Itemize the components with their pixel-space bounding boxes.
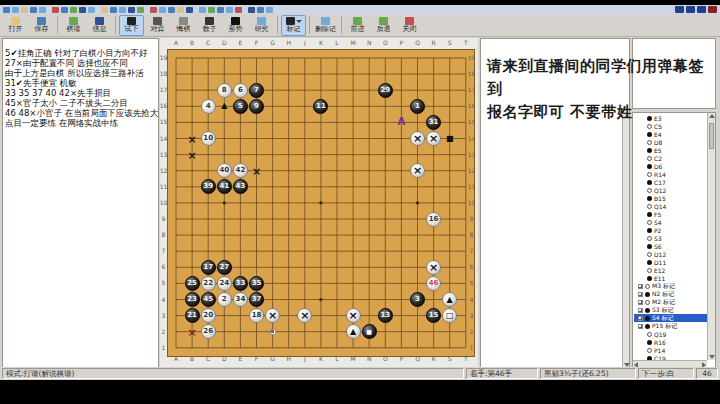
- coord-label-row-left: 4: [162, 297, 166, 303]
- app-window: 打开保存棋谱信息试下对弈悔棋数子形势研究标记删除记前进后退关闭 5✔挂角正确 针…: [0, 5, 720, 380]
- tree-node-Q12[interactable]: Q12: [634, 186, 707, 194]
- coord-label-row-right: 15: [468, 119, 476, 125]
- study-icon: [257, 17, 266, 25]
- white-stone-icon: [647, 220, 652, 225]
- tree-node-label: R16: [654, 339, 666, 346]
- window-control-icon[interactable]: [686, 6, 695, 13]
- x-mark-icon: ×: [187, 133, 196, 144]
- stone-black-E16[interactable]: 5: [233, 99, 248, 114]
- coord-label-col-top: S: [448, 40, 452, 46]
- stone-white-E17[interactable]: 6: [233, 83, 248, 98]
- tree-node-label: C2: [654, 155, 662, 162]
- coord-label-col-top: P: [400, 40, 404, 46]
- stone-white-M2[interactable]: ▲: [346, 324, 361, 339]
- coord-label-row-right: 6: [470, 264, 474, 270]
- coord-label-row-right: 3: [470, 313, 474, 319]
- coord-label-row-left: 15: [160, 119, 168, 125]
- stone-black-O3[interactable]: 13: [378, 308, 393, 323]
- coord-label-row-right: 16: [468, 103, 476, 109]
- tree-node-label: E5: [654, 147, 662, 154]
- coord-label-col-bottom: R: [432, 356, 436, 362]
- tree-node-D8[interactable]: D8: [634, 138, 707, 146]
- coord-label-col-bottom: E: [238, 356, 242, 362]
- tree-node-label: R14: [654, 171, 666, 178]
- white-stone-icon: [647, 268, 652, 273]
- stone-black-D11[interactable]: 41: [217, 179, 232, 194]
- stone-white-E12[interactable]: 42: [233, 163, 248, 178]
- coord-label-col-bottom: O: [383, 356, 388, 362]
- tree-node-S3[interactable]: S3: [634, 234, 707, 242]
- expander-plus-icon[interactable]: [638, 292, 643, 297]
- coord-label-row-left: 2: [162, 329, 166, 335]
- white-stone-icon: [645, 284, 650, 289]
- mini-toolbar-icon[interactable]: [217, 7, 224, 13]
- coord-label-row-right: 10: [468, 200, 476, 206]
- stone-black-B5[interactable]: 25: [185, 276, 200, 291]
- black-stone-icon: [647, 276, 652, 281]
- black-stone-icon: [645, 316, 650, 321]
- tree-node-S6[interactable]: S6: [634, 242, 707, 250]
- tree-node-P14[interactable]: P14: [634, 346, 707, 354]
- toolbar-button-前进[interactable]: 前进: [345, 15, 370, 36]
- mini-toolbar-icon[interactable]: [177, 7, 184, 13]
- status-bar: 模式:打谱(解说棋谱) 着手:第46手 黑贴3¾子(还6.25) 下一步:白 4…: [0, 367, 720, 380]
- tree-node-label: F5: [654, 211, 661, 218]
- expander-plus-icon[interactable]: [638, 308, 643, 313]
- tree-node-Q19[interactable]: Q19: [634, 330, 707, 338]
- comment-line: 45×官子太小 二子不拔头二分目: [5, 98, 156, 108]
- toolbar-button-label: 研究: [255, 26, 269, 33]
- coord-label-col-bottom: K: [319, 356, 323, 362]
- stone-white-D12[interactable]: 40: [217, 163, 232, 178]
- play-icon: [153, 17, 162, 25]
- middle-panel-scrollbar[interactable]: [622, 113, 629, 368]
- toolbar-button-研究[interactable]: 研究: [249, 15, 274, 36]
- stone-black-F16[interactable]: 9: [249, 99, 264, 114]
- count-icon: [205, 17, 214, 25]
- tree-node-label: E4: [654, 131, 662, 138]
- stone-black-F4[interactable]: 37: [249, 292, 264, 307]
- tree-node-P2[interactable]: P2: [634, 226, 707, 234]
- stone-black-B3[interactable]: 21: [185, 308, 200, 323]
- stone-black-R15[interactable]: 31: [426, 115, 441, 130]
- toolbar-separator: [341, 16, 342, 34]
- toolbar-button-label: 悔棋: [177, 26, 191, 33]
- coord-label-row-left: 16: [160, 103, 168, 109]
- black-stone-icon: [645, 324, 650, 329]
- tree-node-label: D11: [654, 259, 666, 266]
- coord-label-row-right: 19: [468, 55, 476, 61]
- coord-label-col-top: C: [206, 40, 210, 46]
- coord-label-row-left: 19: [160, 55, 168, 61]
- toolbar-separator: [115, 16, 116, 34]
- triangle-mark-icon: ▲: [443, 293, 456, 306]
- stone-black-E5[interactable]: 33: [233, 276, 248, 291]
- coord-label-col-top: A: [174, 40, 178, 46]
- tree-node-label: E11: [654, 275, 665, 282]
- white-stone-icon: [647, 332, 652, 337]
- coord-label-col-top: F: [255, 40, 258, 46]
- coord-label-row-left: 14: [160, 136, 168, 142]
- save-icon: [37, 17, 46, 25]
- black-stone-icon: [647, 244, 652, 249]
- coord-label-row-left: 10: [160, 200, 168, 206]
- toolbar-button-保存[interactable]: 保存: [29, 15, 54, 36]
- tree-node-F5[interactable]: F5: [634, 210, 707, 218]
- tree-node-E12[interactable]: E12: [634, 266, 707, 274]
- coord-label-row-right: 5: [470, 280, 474, 286]
- toolbar-button-label: 前进: [351, 26, 365, 33]
- black-stone-icon: [647, 212, 652, 217]
- toolbar-button-关闭[interactable]: 关闭: [397, 15, 422, 36]
- black-stone-icon: [647, 196, 652, 201]
- toolbar-button-形势[interactable]: 形势: [223, 15, 248, 36]
- stone-black-F17[interactable]: 7: [249, 83, 264, 98]
- stone-black-F5[interactable]: 35: [249, 276, 264, 291]
- toolbar-button-label: 对弈: [151, 26, 165, 33]
- try-move-icon: [127, 17, 136, 25]
- coord-label-col-top: N: [367, 40, 372, 46]
- stone-black-C11[interactable]: 39: [201, 179, 216, 194]
- mini-toolbar-icon[interactable]: [101, 7, 108, 13]
- mini-toolbar-icon[interactable]: [21, 7, 28, 13]
- window-control-icon[interactable]: [708, 6, 717, 13]
- coord-label-col-bottom: H: [286, 356, 291, 362]
- toolbar-separator: [57, 16, 58, 34]
- screen: 打开保存棋谱信息试下对弈悔棋数子形势研究标记删除记前进后退关闭 5✔挂角正确 针…: [0, 0, 720, 404]
- comment-line: 31✔先手便宜 机敏: [5, 78, 156, 88]
- x-mark-icon: ×: [298, 309, 311, 322]
- triangle-mark-icon: ▲: [221, 102, 227, 110]
- mini-toolbar-icon[interactable]: [88, 7, 95, 13]
- toolbar-button-数子[interactable]: 数子: [197, 15, 222, 36]
- white-stone-icon: [647, 140, 652, 145]
- coord-label-col-bottom: A: [174, 356, 178, 362]
- coord-label-row-right: 18: [468, 71, 476, 77]
- black-stone-icon: [647, 132, 652, 137]
- coord-label-col-top: H: [286, 40, 291, 46]
- filled-square-mark-icon: ■: [446, 135, 454, 143]
- mini-toolbar-icon[interactable]: [119, 7, 126, 13]
- coord-label-col-top: L: [335, 40, 338, 46]
- mini-toolbar-icon[interactable]: [61, 7, 68, 13]
- coord-label-row-left: 11: [160, 184, 168, 190]
- stone-black-N2[interactable]: ■: [362, 324, 377, 339]
- toolbar-separator: [277, 16, 278, 34]
- toolbar-button-试下[interactable]: 试下: [119, 15, 144, 36]
- comment-line: 46 48×小官子 在当前局面下应该先抢大处: [5, 108, 156, 118]
- x-mark-icon: ×: [427, 261, 440, 274]
- mark-icon: [286, 17, 295, 25]
- chevron-down-icon[interactable]: [296, 20, 302, 23]
- coord-label-col-top: R: [432, 40, 436, 46]
- mini-toolbar-icon[interactable]: [186, 7, 193, 13]
- status-mode: 模式:打谱(解说棋谱): [2, 368, 464, 379]
- stone-white-R6[interactable]: ×: [426, 260, 441, 275]
- stone-black-Q4[interactable]: 3: [410, 292, 425, 307]
- go-board[interactable]: AA1919BB1818CC1717DD1616EE1515FF1414GG13…: [160, 38, 478, 369]
- stone-white-D4[interactable]: 2: [217, 292, 232, 307]
- small-red-chip-mark: [270, 329, 276, 335]
- tree-node-R16[interactable]: R16: [634, 338, 707, 346]
- comment-panel[interactable]: 5✔挂角正确 针对了白棋小目方向不好27×由于配置不同 选择也应不同由于上方是白…: [2, 38, 159, 369]
- mini-toolbar-icon[interactable]: [3, 7, 10, 13]
- status-move-number: 着手:第46手: [466, 368, 538, 379]
- tree-node-label: C17: [654, 179, 666, 186]
- coord-label-col-top: G: [270, 40, 275, 46]
- coord-label-row-right: 8: [470, 232, 474, 238]
- tree-node-label: Q14: [654, 203, 666, 210]
- white-stone-icon: [647, 188, 652, 193]
- coord-label-col-top: O: [383, 40, 388, 46]
- white-stone-icon: [645, 300, 650, 305]
- x-mark-icon: ×: [411, 164, 424, 177]
- mini-toolbar-icon[interactable]: [70, 7, 77, 13]
- menu-icon-strip: [0, 5, 720, 14]
- back-icon: [379, 17, 388, 25]
- black-stone-icon: [645, 292, 650, 297]
- comment-line: 27×由于配置不同 选择也应不同: [5, 58, 156, 68]
- black-stone-icon: [645, 308, 650, 313]
- stone-white-C16[interactable]: 4: [201, 99, 216, 114]
- x-mark-icon: ×: [252, 165, 261, 176]
- x-mark-icon: ×: [427, 132, 440, 145]
- coord-label-col-bottom: L: [335, 356, 338, 362]
- coord-label-col-top: B: [190, 40, 194, 46]
- coord-label-row-right: 7: [470, 248, 474, 254]
- coord-label-col-bottom: F: [255, 356, 258, 362]
- letter-mark-icon: A: [398, 117, 406, 127]
- coord-label-row-right: 14: [468, 136, 476, 142]
- tree-vertical-scrollbar[interactable]: [707, 113, 715, 360]
- x-mark-icon: ×: [187, 149, 196, 160]
- coord-label-row-right: 12: [468, 168, 476, 174]
- tree-node-label: D6: [654, 163, 662, 170]
- toolbar-button-label: 后退: [377, 26, 391, 33]
- toolbar-button-删除记[interactable]: 删除记: [313, 15, 338, 36]
- coord-label-row-right: 1: [470, 345, 474, 351]
- move-tree-list[interactable]: E3C5E4D8E5C2D6R14C17Q12B15Q14F5S4P2S3S6D…: [634, 114, 707, 360]
- window-control-icon[interactable]: [697, 6, 706, 13]
- white-square-mark-icon: ■: [363, 325, 376, 338]
- tree-node-label: S4: [654, 219, 662, 226]
- livestream-overlay-text: 请来到直播间的同学们用弹幕签到 报名字即可 不要带姓: [487, 55, 718, 124]
- mini-toolbar-icon[interactable]: [266, 7, 273, 13]
- toolbar-button-对弈[interactable]: 对弈: [145, 15, 170, 36]
- coord-label-col-bottom: S: [448, 356, 452, 362]
- info-icon: [95, 17, 104, 25]
- scroll-down-icon[interactable]: [709, 355, 715, 359]
- kifu-icon: [69, 17, 78, 25]
- window-control-icon[interactable]: [675, 6, 684, 13]
- triangle-mark-icon: ▲: [347, 325, 360, 338]
- tree-node-E4[interactable]: E4: [634, 130, 707, 138]
- toolbar-button-打开[interactable]: 打开: [3, 15, 28, 36]
- expander-plus-icon[interactable]: [638, 324, 643, 329]
- black-stone-icon: [647, 340, 652, 345]
- coord-label-col-bottom: T: [464, 356, 468, 362]
- coord-label-row-left: 9: [162, 216, 166, 222]
- tree-node-E5[interactable]: E5: [634, 146, 707, 154]
- tree-node-label: P14: [654, 347, 665, 354]
- black-stone-icon: [647, 164, 652, 169]
- mini-toolbar-icon[interactable]: [12, 7, 19, 13]
- coord-label-col-bottom: Q: [415, 356, 420, 362]
- black-stone-icon: [647, 260, 652, 265]
- coord-label-col-top: D: [222, 40, 227, 46]
- white-stone-icon: [647, 124, 652, 129]
- tree-node-label: Q19: [654, 331, 666, 338]
- expander-plus-icon[interactable]: [638, 284, 643, 289]
- white-stone-icon: [647, 172, 652, 177]
- move-tree-panel[interactable]: E3C5E4D8E5C2D6R14C17Q12B15Q14F5S4P2S3S6D…: [632, 112, 716, 369]
- tree-node-C17[interactable]: C17: [634, 178, 707, 186]
- stone-white-R14[interactable]: ×: [426, 131, 441, 146]
- mini-toolbar-icon[interactable]: [248, 7, 255, 13]
- stone-white-C14[interactable]: 10: [201, 131, 216, 146]
- black-stone-icon: [647, 228, 652, 233]
- coord-label-row-left: 18: [160, 71, 168, 77]
- stone-black-O17[interactable]: 29: [378, 83, 393, 98]
- mini-toolbar-icon[interactable]: [150, 7, 157, 13]
- mini-toolbar-icon[interactable]: [168, 7, 175, 13]
- tree-node-Q14[interactable]: Q14: [634, 202, 707, 210]
- coord-label-col-top: E: [238, 40, 242, 46]
- delete-mark-icon: [321, 17, 330, 25]
- stone-white-F3[interactable]: 18: [249, 308, 264, 323]
- x-mark-icon: ×: [347, 309, 360, 322]
- stone-white-R5[interactable]: 46: [426, 276, 441, 291]
- toolbar: 打开保存棋谱信息试下对弈悔棋数子形势研究标记删除记前进后退关闭: [0, 14, 720, 37]
- tree-node-label: P15 标记: [652, 322, 677, 331]
- mini-toolbar-icon[interactable]: [128, 7, 135, 13]
- tree-node-label: D12: [654, 251, 666, 258]
- white-stone-icon: [647, 204, 652, 209]
- stone-white-M3[interactable]: ×: [346, 308, 361, 323]
- toolbar-button-棋谱[interactable]: 棋谱: [61, 15, 86, 36]
- tree-node-label: E12: [654, 267, 665, 274]
- mini-toolbar-icon[interactable]: [52, 7, 59, 13]
- coord-label-row-right: 4: [470, 297, 474, 303]
- stone-black-C4[interactable]: 45: [201, 292, 216, 307]
- comment-line: 33 35 37 40 42×先手损目: [5, 88, 156, 98]
- x-mark-icon: ×: [411, 132, 424, 145]
- coord-label-row-right: 2: [470, 329, 474, 335]
- toolbar-button-label: 信息: [93, 26, 107, 33]
- mini-toolbar-icon[interactable]: [235, 7, 242, 13]
- tree-node-label: B15: [654, 195, 666, 202]
- status-count: 46: [696, 368, 718, 379]
- x-mark-icon: ×: [187, 326, 196, 337]
- mini-toolbar-icon[interactable]: [257, 7, 264, 13]
- status-next-player: 下一步:白: [638, 368, 694, 379]
- coord-label-col-bottom: C: [206, 356, 210, 362]
- overlay-line-2: 报名字即可 不要带姓: [487, 101, 718, 124]
- toolbar-button-悔棋[interactable]: 悔棋: [171, 15, 196, 36]
- stone-white-Q14[interactable]: ×: [410, 131, 425, 146]
- stone-black-B4[interactable]: 23: [185, 292, 200, 307]
- mini-toolbar-icon[interactable]: [199, 7, 206, 13]
- coord-label-row-left: 17: [160, 87, 168, 93]
- coord-label-col-bottom: B: [190, 356, 194, 362]
- toolbar-button-信息[interactable]: 信息: [87, 15, 112, 36]
- stone-white-D5[interactable]: 24: [217, 276, 232, 291]
- stone-white-E4[interactable]: 34: [233, 292, 248, 307]
- comment-line: 5✔挂角正确 针对了白棋小目方向不好: [5, 48, 156, 58]
- tree-node-P15 标记[interactable]: P15 标记: [634, 322, 707, 330]
- toolbar-button-标记[interactable]: 标记: [281, 15, 306, 36]
- tree-node-S4[interactable]: S4: [634, 218, 707, 226]
- tree-node-label: P2: [654, 227, 661, 234]
- comment-line: 点目一定要练 在网络实战中练: [5, 118, 156, 128]
- coord-label-row-left: 8: [162, 232, 166, 238]
- mini-toolbar-icon[interactable]: [208, 7, 215, 13]
- mini-toolbar-icon[interactable]: [226, 7, 233, 13]
- tree-node-D12[interactable]: D12: [634, 250, 707, 258]
- toolbar-button-后退[interactable]: 后退: [371, 15, 396, 36]
- stone-white-R9[interactable]: 16: [426, 212, 441, 227]
- tree-node-R14[interactable]: R14: [634, 170, 707, 178]
- toolbar-button-label: 数子: [203, 26, 217, 33]
- coord-label-col-top: J: [304, 40, 306, 46]
- toolbar-button-label: 棋谱: [67, 26, 81, 33]
- coord-label-col-bottom: M: [351, 356, 356, 362]
- open-file-icon: [11, 17, 20, 25]
- expander-plus-icon[interactable]: [638, 300, 643, 305]
- stone-black-Q16[interactable]: 1: [410, 99, 425, 114]
- tree-node-D11[interactable]: D11: [634, 258, 707, 266]
- open-square-mark-icon: □: [443, 309, 456, 322]
- undo-icon: [179, 17, 188, 25]
- coord-label-col-top: Q: [415, 40, 420, 46]
- scroll-thumb[interactable]: [709, 123, 714, 149]
- coord-label-row-right: 9: [470, 216, 474, 222]
- toolbar-button-label: 试下: [125, 26, 139, 33]
- x-mark-icon: ×: [266, 309, 279, 322]
- stone-white-C5[interactable]: 22: [201, 276, 216, 291]
- toolbar-button-label: 关闭: [403, 26, 417, 33]
- coord-label-col-bottom: P: [400, 356, 404, 362]
- stone-white-D17[interactable]: 8: [217, 83, 232, 98]
- toolbar-button-label: 保存: [35, 26, 49, 33]
- coord-label-row-left: 3: [162, 313, 166, 319]
- tree-node-label: S6: [654, 243, 662, 250]
- mini-toolbar-icon[interactable]: [79, 7, 86, 13]
- stone-black-D6[interactable]: 27: [217, 260, 232, 275]
- coord-label-row-left: 12: [160, 168, 168, 174]
- stone-black-C6[interactable]: 17: [201, 260, 216, 275]
- coord-label-row-left: 1: [162, 345, 166, 351]
- tree-node-D6[interactable]: D6: [634, 162, 707, 170]
- mini-toolbar-icon[interactable]: [159, 7, 166, 13]
- tree-node-B15[interactable]: B15: [634, 194, 707, 202]
- tree-node-C2[interactable]: C2: [634, 154, 707, 162]
- expander-plus-icon[interactable]: [638, 316, 643, 321]
- mini-toolbar-icon[interactable]: [39, 7, 46, 13]
- mini-toolbar-icon[interactable]: [30, 7, 37, 13]
- estimate-icon: [231, 17, 240, 25]
- stone-white-C2[interactable]: 26: [201, 324, 216, 339]
- black-stone-icon: [647, 148, 652, 153]
- mini-toolbar-icon[interactable]: [137, 7, 144, 13]
- coord-label-col-bottom: J: [304, 356, 306, 362]
- coord-label-row-right: 13: [468, 152, 476, 158]
- coord-label-row-left: 13: [160, 152, 168, 158]
- mini-toolbar-icon[interactable]: [110, 7, 117, 13]
- stone-white-C3[interactable]: 20: [201, 308, 216, 323]
- coord-label-row-right: 11: [468, 184, 476, 190]
- white-stone-icon: [647, 252, 652, 257]
